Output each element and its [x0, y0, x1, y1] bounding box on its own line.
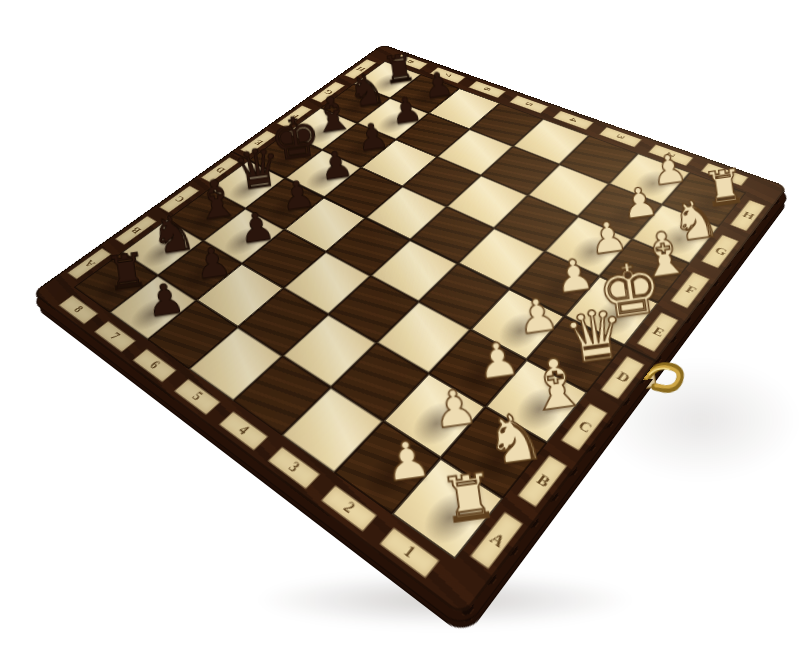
piece-black-pawn[interactable]: ♟: [354, 117, 391, 157]
coordinate-text: 6: [145, 358, 163, 373]
piece-white-pawn[interactable]: ♟: [619, 180, 661, 225]
coordinate-text: A: [485, 528, 508, 552]
coordinate-text: 6: [480, 86, 494, 92]
piece-black-rook[interactable]: ♜: [103, 245, 151, 297]
coordinate-text: 4: [566, 116, 581, 123]
squares-grid: ♜♞♝♛♚♝♞♜♟♟♟♟♟♟♟♟♟♟♟♟♟♟♟♟♜♞♝♛♚♝♞♜: [74, 61, 746, 559]
piece-white-pawn[interactable]: ♟: [552, 251, 597, 300]
coordinate-text: F: [682, 283, 699, 297]
piece-white-pawn[interactable]: ♟: [473, 334, 522, 387]
piece-white-pawn[interactable]: ♟: [381, 432, 434, 490]
square-g4[interactable]: [481, 146, 559, 195]
coordinate-text: 5: [522, 101, 537, 108]
piece-white-pawn[interactable]: ♟: [514, 290, 561, 341]
piece-white-rook[interactable]: ♜: [437, 463, 501, 533]
chess-board: ♜♞♝♛♚♝♞♜♟♟♟♟♟♟♟♟♟♟♟♟♟♟♟♟♜♞♝♛♚♝♞♜ ABCDEFG…: [32, 44, 788, 618]
piece-black-pawn[interactable]: ♟: [237, 206, 277, 250]
coordinate-text: 4: [234, 422, 253, 439]
piece-black-pawn[interactable]: ♟: [278, 174, 317, 216]
piece-black-pawn[interactable]: ♟: [318, 144, 356, 185]
piece-black-knight[interactable]: ♞: [147, 206, 198, 262]
coordinate-text: B: [127, 224, 144, 236]
coordinate-text: 3: [612, 133, 628, 141]
photo-canvas: ♜♞♝♛♚♝♞♜♟♟♟♟♟♟♟♟♟♟♟♟♟♟♟♟♜♞♝♛♚♝♞♜ ABCDEFG…: [0, 0, 800, 662]
coordinate-text: 7: [441, 72, 454, 78]
piece-black-pawn[interactable]: ♟: [192, 240, 234, 285]
coordinate-text: H: [739, 209, 756, 222]
coordinate-text: C: [574, 417, 595, 437]
coordinate-text: 2: [339, 498, 359, 518]
piece-black-pawn[interactable]: ♟: [144, 276, 187, 323]
piece-black-bishop[interactable]: ♝: [190, 171, 244, 229]
coordinate-text: G: [711, 244, 729, 258]
coordinate-text: E: [649, 324, 667, 340]
coordinate-text: 8: [404, 59, 417, 65]
coordinate-text: 2: [662, 151, 679, 159]
coordinate-text: D: [613, 368, 633, 386]
piece-black-pawn[interactable]: ♟: [389, 91, 424, 129]
coordinate-text: B: [532, 470, 553, 491]
coordinate-text: A: [80, 257, 98, 270]
board-face: ♜♞♝♛♚♝♞♜♟♟♟♟♟♟♟♟♟♟♟♟♟♟♟♟♜♞♝♛♚♝♞♜ ABCDEFG…: [32, 44, 788, 618]
coordinate-text: 1: [399, 541, 420, 563]
coordinate-text: 5: [188, 389, 207, 405]
coordinate-text: 3: [284, 458, 304, 476]
perspective-scene: ♜♞♝♛♚♝♞♜♟♟♟♟♟♟♟♟♟♟♟♟♟♟♟♟♜♞♝♛♚♝♞♜ ABCDEFG…: [0, 0, 800, 662]
coordinate-text: 7: [106, 329, 124, 343]
piece-white-pawn[interactable]: ♟: [429, 380, 480, 435]
coordinate-text: 8: [69, 303, 86, 316]
